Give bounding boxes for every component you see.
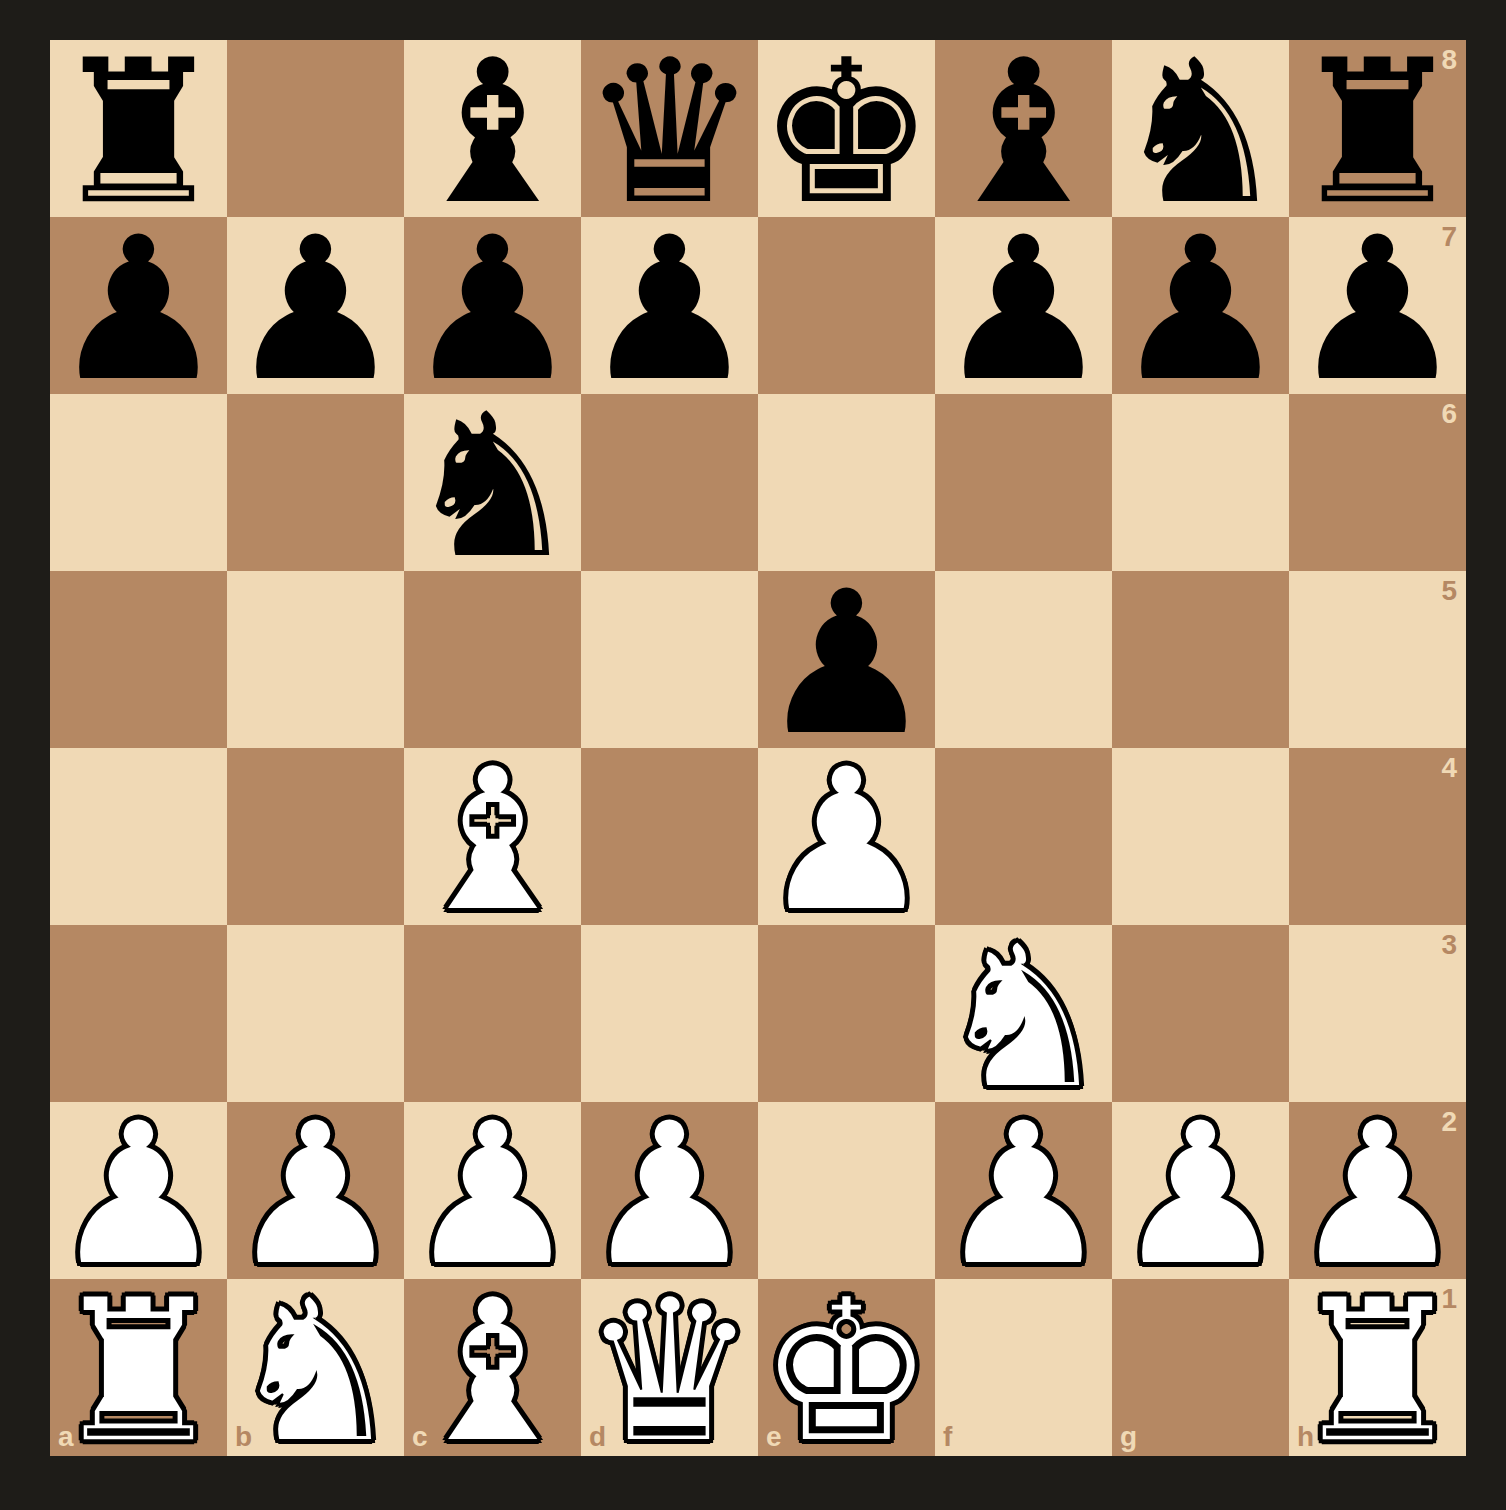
square-a8[interactable]: ♜: [50, 40, 227, 217]
square-h3[interactable]: 3: [1289, 925, 1466, 1102]
square-b1[interactable]: b♞: [227, 1279, 404, 1456]
square-d2[interactable]: ♟: [581, 1102, 758, 1279]
square-a4[interactable]: [50, 748, 227, 925]
square-b2[interactable]: ♟: [227, 1102, 404, 1279]
white-bishop-c4[interactable]: ♝: [404, 752, 582, 929]
square-d3[interactable]: [581, 925, 758, 1102]
black-king-e8[interactable]: ♚: [758, 44, 936, 221]
square-h1[interactable]: 1h♜: [1289, 1279, 1466, 1456]
square-e1[interactable]: e♚: [758, 1279, 935, 1456]
square-e5[interactable]: ♟: [758, 571, 935, 748]
app-background: ♜♝♛♚♝♞8♜♟♟♟♟♟♟7♟♞6♟5♝♟4♞3♟♟♟♟♟♟2♟a♜b♞c♝d…: [0, 0, 1506, 1510]
square-g4[interactable]: [1112, 748, 1289, 925]
square-e4[interactable]: ♟: [758, 748, 935, 925]
white-queen-d1[interactable]: ♛: [581, 1283, 759, 1460]
square-d5[interactable]: [581, 571, 758, 748]
square-a1[interactable]: a♜: [50, 1279, 227, 1456]
square-b7[interactable]: ♟: [227, 217, 404, 394]
square-h5[interactable]: 5: [1289, 571, 1466, 748]
square-c4[interactable]: ♝: [404, 748, 581, 925]
black-pawn-b7[interactable]: ♟: [227, 221, 405, 398]
square-a2[interactable]: ♟: [50, 1102, 227, 1279]
black-knight-c6[interactable]: ♞: [404, 398, 582, 575]
black-pawn-a7[interactable]: ♟: [50, 221, 228, 398]
square-b8[interactable]: [227, 40, 404, 217]
square-f3[interactable]: ♞: [935, 925, 1112, 1102]
black-pawn-g7[interactable]: ♟: [1112, 221, 1290, 398]
white-rook-a1[interactable]: ♜: [50, 1283, 228, 1460]
square-a7[interactable]: ♟: [50, 217, 227, 394]
black-pawn-h7[interactable]: ♟: [1289, 221, 1467, 398]
square-c2[interactable]: ♟: [404, 1102, 581, 1279]
square-a5[interactable]: [50, 571, 227, 748]
white-rook-h1[interactable]: ♜: [1289, 1283, 1467, 1460]
square-g7[interactable]: ♟: [1112, 217, 1289, 394]
square-f2[interactable]: ♟: [935, 1102, 1112, 1279]
white-pawn-e4[interactable]: ♟: [758, 752, 936, 929]
square-f5[interactable]: [935, 571, 1112, 748]
chess-board: ♜♝♛♚♝♞8♜♟♟♟♟♟♟7♟♞6♟5♝♟4♞3♟♟♟♟♟♟2♟a♜b♞c♝d…: [50, 40, 1466, 1456]
square-b3[interactable]: [227, 925, 404, 1102]
square-h7[interactable]: 7♟: [1289, 217, 1466, 394]
rank-label-4: 4: [1441, 754, 1457, 782]
square-c8[interactable]: ♝: [404, 40, 581, 217]
square-e8[interactable]: ♚: [758, 40, 935, 217]
square-c1[interactable]: c♝: [404, 1279, 581, 1456]
rank-label-5: 5: [1441, 577, 1457, 605]
square-h2[interactable]: 2♟: [1289, 1102, 1466, 1279]
square-d7[interactable]: ♟: [581, 217, 758, 394]
black-pawn-d7[interactable]: ♟: [581, 221, 759, 398]
square-g2[interactable]: ♟: [1112, 1102, 1289, 1279]
square-e2[interactable]: [758, 1102, 935, 1279]
square-f4[interactable]: [935, 748, 1112, 925]
square-h4[interactable]: 4: [1289, 748, 1466, 925]
white-pawn-g2[interactable]: ♟: [1112, 1106, 1290, 1283]
square-g8[interactable]: ♞: [1112, 40, 1289, 217]
square-d8[interactable]: ♛: [581, 40, 758, 217]
square-b4[interactable]: [227, 748, 404, 925]
square-a3[interactable]: [50, 925, 227, 1102]
square-f7[interactable]: ♟: [935, 217, 1112, 394]
square-h8[interactable]: 8♜: [1289, 40, 1466, 217]
black-pawn-f7[interactable]: ♟: [935, 221, 1113, 398]
square-d1[interactable]: d♛: [581, 1279, 758, 1456]
square-g5[interactable]: [1112, 571, 1289, 748]
white-king-e1[interactable]: ♚: [758, 1283, 936, 1460]
square-d4[interactable]: [581, 748, 758, 925]
square-b5[interactable]: [227, 571, 404, 748]
white-knight-b1[interactable]: ♞: [227, 1283, 405, 1460]
square-c6[interactable]: ♞: [404, 394, 581, 571]
square-g3[interactable]: [1112, 925, 1289, 1102]
white-pawn-f2[interactable]: ♟: [935, 1106, 1113, 1283]
file-label-g: g: [1120, 1423, 1137, 1451]
file-label-f: f: [943, 1423, 952, 1451]
rank-label-3: 3: [1441, 931, 1457, 959]
square-c7[interactable]: ♟: [404, 217, 581, 394]
square-f8[interactable]: ♝: [935, 40, 1112, 217]
square-e6[interactable]: [758, 394, 935, 571]
white-bishop-c1[interactable]: ♝: [404, 1283, 582, 1460]
